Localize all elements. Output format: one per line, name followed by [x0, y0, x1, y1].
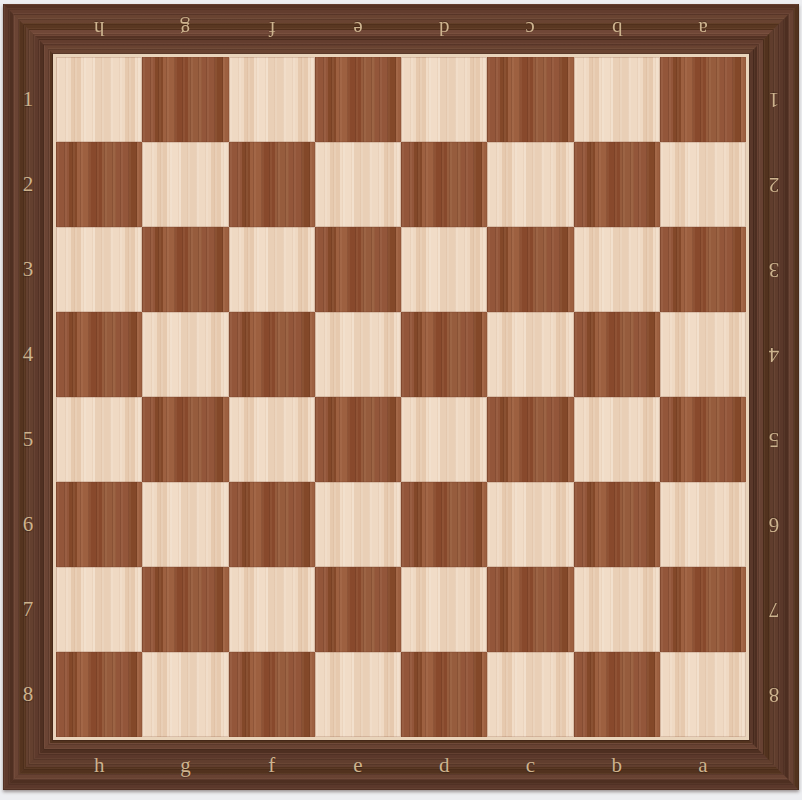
- square-d7[interactable]: [401, 567, 487, 652]
- square-f5[interactable]: [229, 397, 315, 482]
- square-d2[interactable]: [401, 142, 487, 227]
- board-field: [53, 54, 749, 740]
- square-d4[interactable]: [401, 312, 487, 397]
- square-h5[interactable]: [56, 397, 142, 482]
- square-d8[interactable]: [401, 652, 487, 737]
- square-g3[interactable]: [142, 227, 228, 312]
- square-c6[interactable]: [487, 482, 573, 567]
- square-e7[interactable]: [315, 567, 401, 652]
- square-d6[interactable]: [401, 482, 487, 567]
- square-e8[interactable]: [315, 652, 401, 737]
- square-a5[interactable]: [660, 397, 746, 482]
- square-c4[interactable]: [487, 312, 573, 397]
- square-h8[interactable]: [56, 652, 142, 737]
- square-c8[interactable]: [487, 652, 573, 737]
- square-f7[interactable]: [229, 567, 315, 652]
- square-e6[interactable]: [315, 482, 401, 567]
- square-d3[interactable]: [401, 227, 487, 312]
- square-b7[interactable]: [574, 567, 660, 652]
- square-e2[interactable]: [315, 142, 401, 227]
- square-e5[interactable]: [315, 397, 401, 482]
- square-h7[interactable]: [56, 567, 142, 652]
- square-c3[interactable]: [487, 227, 573, 312]
- square-a7[interactable]: [660, 567, 746, 652]
- square-b4[interactable]: [574, 312, 660, 397]
- square-b2[interactable]: [574, 142, 660, 227]
- square-g4[interactable]: [142, 312, 228, 397]
- square-a6[interactable]: [660, 482, 746, 567]
- square-h1[interactable]: [56, 57, 142, 142]
- chessboard-photo: hgfedcba hgfedcba 12345678 12345678: [0, 0, 802, 800]
- square-f4[interactable]: [229, 312, 315, 397]
- square-f2[interactable]: [229, 142, 315, 227]
- square-b1[interactable]: [574, 57, 660, 142]
- square-g7[interactable]: [142, 567, 228, 652]
- square-e1[interactable]: [315, 57, 401, 142]
- square-c1[interactable]: [487, 57, 573, 142]
- square-h2[interactable]: [56, 142, 142, 227]
- square-f8[interactable]: [229, 652, 315, 737]
- square-a1[interactable]: [660, 57, 746, 142]
- square-h4[interactable]: [56, 312, 142, 397]
- square-g2[interactable]: [142, 142, 228, 227]
- chessboard: hgfedcba hgfedcba 12345678 12345678: [3, 4, 799, 790]
- square-b6[interactable]: [574, 482, 660, 567]
- square-g6[interactable]: [142, 482, 228, 567]
- square-c5[interactable]: [487, 397, 573, 482]
- square-f6[interactable]: [229, 482, 315, 567]
- square-c7[interactable]: [487, 567, 573, 652]
- square-a2[interactable]: [660, 142, 746, 227]
- square-g5[interactable]: [142, 397, 228, 482]
- square-d5[interactable]: [401, 397, 487, 482]
- square-b8[interactable]: [574, 652, 660, 737]
- square-d1[interactable]: [401, 57, 487, 142]
- square-g8[interactable]: [142, 652, 228, 737]
- square-b3[interactable]: [574, 227, 660, 312]
- square-e4[interactable]: [315, 312, 401, 397]
- square-a8[interactable]: [660, 652, 746, 737]
- square-h6[interactable]: [56, 482, 142, 567]
- square-a3[interactable]: [660, 227, 746, 312]
- square-b5[interactable]: [574, 397, 660, 482]
- square-e3[interactable]: [315, 227, 401, 312]
- square-a4[interactable]: [660, 312, 746, 397]
- square-g1[interactable]: [142, 57, 228, 142]
- square-h3[interactable]: [56, 227, 142, 312]
- square-f1[interactable]: [229, 57, 315, 142]
- square-f3[interactable]: [229, 227, 315, 312]
- square-c2[interactable]: [487, 142, 573, 227]
